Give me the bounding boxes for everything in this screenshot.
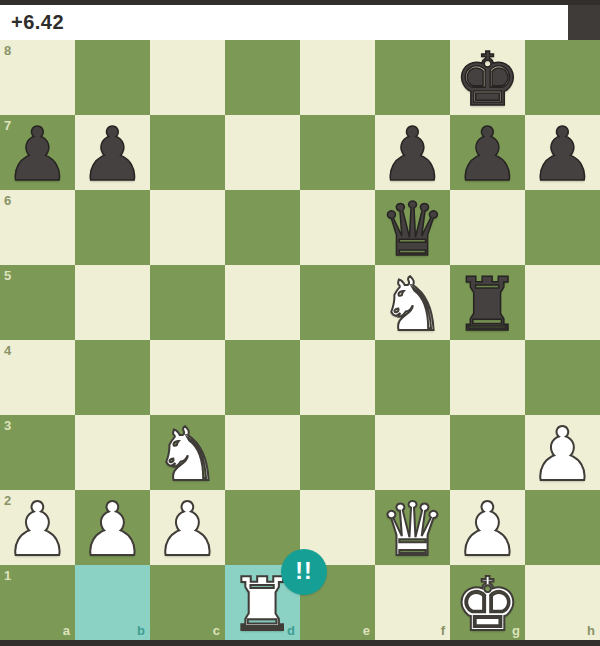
square-d5[interactable] (225, 265, 300, 340)
file-label-h: h (587, 623, 595, 638)
square-f3[interactable] (375, 415, 450, 490)
square-c4[interactable] (150, 340, 225, 415)
square-d8[interactable] (225, 40, 300, 115)
rank-label-8: 8 (4, 43, 11, 58)
square-a7[interactable]: 7♟ (0, 115, 75, 190)
square-d4[interactable] (225, 340, 300, 415)
square-a3[interactable]: 3 (0, 415, 75, 490)
white-pawn-a2-piece[interactable]: ♟ (0, 490, 75, 565)
square-f2[interactable]: ♛ (375, 490, 450, 565)
white-pawn-c2-piece[interactable]: ♟ (150, 490, 225, 565)
square-c6[interactable] (150, 190, 225, 265)
rank-label-4: 4 (4, 343, 11, 358)
file-label-f: f (441, 623, 445, 638)
square-b4[interactable] (75, 340, 150, 415)
square-a2[interactable]: 2♟ (0, 490, 75, 565)
evaluation-bar: +6.42 (0, 5, 600, 40)
black-pawn-h7-piece[interactable]: ♟ (525, 115, 600, 190)
evaluation-black-section (568, 5, 600, 40)
square-b5[interactable] (75, 265, 150, 340)
square-b2[interactable]: ♟ (75, 490, 150, 565)
file-label-a: a (63, 623, 70, 638)
square-a6[interactable]: 6 (0, 190, 75, 265)
black-king-g8-piece[interactable]: ♚ (450, 40, 525, 115)
square-a1[interactable]: 1a (0, 565, 75, 640)
square-g7[interactable]: ♟ (450, 115, 525, 190)
square-d6[interactable] (225, 190, 300, 265)
square-e3[interactable] (300, 415, 375, 490)
eval-header: +6.42 (0, 0, 600, 40)
square-h7[interactable]: ♟ (525, 115, 600, 190)
square-c8[interactable] (150, 40, 225, 115)
square-e7[interactable] (300, 115, 375, 190)
black-queen-f6-piece[interactable]: ♛ (375, 190, 450, 265)
square-b6[interactable] (75, 190, 150, 265)
black-pawn-a7-piece[interactable]: ♟ (0, 115, 75, 190)
square-g2[interactable]: ♟ (450, 490, 525, 565)
square-g5[interactable]: ♜ (450, 265, 525, 340)
white-pawn-h3-piece[interactable]: ♟ (525, 415, 600, 490)
square-c2[interactable]: ♟ (150, 490, 225, 565)
black-pawn-g7-piece[interactable]: ♟ (450, 115, 525, 190)
square-f7[interactable]: ♟ (375, 115, 450, 190)
white-king-g1-piece[interactable]: ♚ (450, 565, 525, 640)
square-f1[interactable]: f (375, 565, 450, 640)
file-label-c: c (213, 623, 220, 638)
square-g8[interactable]: ♚ (450, 40, 525, 115)
square-h1[interactable]: h (525, 565, 600, 640)
square-b8[interactable] (75, 40, 150, 115)
white-pawn-g2-piece[interactable]: ♟ (450, 490, 525, 565)
square-d7[interactable] (225, 115, 300, 190)
square-c7[interactable] (150, 115, 225, 190)
square-g4[interactable] (450, 340, 525, 415)
file-label-e: e (363, 623, 370, 638)
rank-label-5: 5 (4, 268, 11, 283)
black-pawn-f7-piece[interactable]: ♟ (375, 115, 450, 190)
square-g1[interactable]: g♚ (450, 565, 525, 640)
square-f5[interactable]: ♞ (375, 265, 450, 340)
white-pawn-b2-piece[interactable]: ♟ (75, 490, 150, 565)
square-h3[interactable]: ♟ (525, 415, 600, 490)
black-pawn-b7-piece[interactable]: ♟ (75, 115, 150, 190)
square-a5[interactable]: 5 (0, 265, 75, 340)
square-c1[interactable]: c (150, 565, 225, 640)
square-e8[interactable] (300, 40, 375, 115)
square-f6[interactable]: ♛ (375, 190, 450, 265)
chess-board: !! 8♚7♟♟♟♟♟6♛5♞♜43♞♟2♟♟♟♛♟1abcd♜efg♚h (0, 40, 600, 640)
square-h8[interactable] (525, 40, 600, 115)
brilliant-move-badge: !! (281, 549, 327, 595)
square-h2[interactable] (525, 490, 600, 565)
square-b1[interactable]: b (75, 565, 150, 640)
black-rook-g5-piece[interactable]: ♜ (450, 265, 525, 340)
square-c3[interactable]: ♞ (150, 415, 225, 490)
square-b3[interactable] (75, 415, 150, 490)
white-queen-f2-piece[interactable]: ♛ (375, 490, 450, 565)
square-c5[interactable] (150, 265, 225, 340)
square-e5[interactable] (300, 265, 375, 340)
square-a4[interactable]: 4 (0, 340, 75, 415)
square-a8[interactable]: 8 (0, 40, 75, 115)
square-b7[interactable]: ♟ (75, 115, 150, 190)
square-e4[interactable] (300, 340, 375, 415)
square-d3[interactable] (225, 415, 300, 490)
square-f4[interactable] (375, 340, 450, 415)
file-label-b: b (137, 623, 145, 638)
evaluation-white-section: +6.42 (0, 5, 568, 40)
square-h4[interactable] (525, 340, 600, 415)
square-g3[interactable] (450, 415, 525, 490)
square-g6[interactable] (450, 190, 525, 265)
white-knight-c3-piece[interactable]: ♞ (150, 415, 225, 490)
square-f8[interactable] (375, 40, 450, 115)
white-knight-f5-piece[interactable]: ♞ (375, 265, 450, 340)
square-e6[interactable] (300, 190, 375, 265)
square-h5[interactable] (525, 265, 600, 340)
square-h6[interactable] (525, 190, 600, 265)
rank-label-3: 3 (4, 418, 11, 433)
evaluation-score: +6.42 (0, 11, 64, 34)
